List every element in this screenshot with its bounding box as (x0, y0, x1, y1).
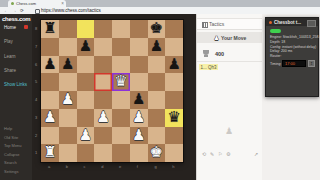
square-f5[interactable] (130, 73, 148, 91)
piece-white-queen[interactable]: ♛ (114, 73, 127, 91)
sidebar-footer-search[interactable]: Search (4, 160, 17, 165)
square-g4[interactable] (148, 91, 166, 109)
url-text[interactable]: https://www.chess.com/tactics (41, 8, 101, 13)
bot-info-line-2: Config: instant (without delay) (270, 45, 316, 49)
file-label-f: f (137, 164, 138, 169)
trophy-icon-base (204, 55, 208, 57)
tactics-title: Tactics (209, 21, 224, 27)
sidebar-footer-collapse[interactable]: Collapse (4, 152, 20, 157)
square-h6[interactable]: ♟ (165, 56, 183, 74)
bot-info-line-0: Engine: Stockfish_100313_258.exe (270, 35, 320, 39)
piece-black-pawn[interactable]: ♟ (132, 91, 145, 109)
square-a2[interactable] (41, 127, 59, 145)
gear-icon[interactable]: ⚙ (226, 151, 230, 157)
rank-label-5: 5 (35, 79, 37, 84)
sidebar-item-home[interactable]: Home (4, 25, 16, 30)
flip-board-icon[interactable]: ⟲ (202, 151, 206, 157)
file-label-c: c (84, 164, 86, 169)
file-label-d: d (101, 164, 103, 169)
square-a6[interactable]: ♟ (41, 56, 59, 74)
timing-label: Timing: (270, 62, 281, 66)
chessbot-logo-icon (269, 21, 272, 24)
browser-tab-strip: Chess.com × (0, 0, 320, 7)
square-f6[interactable] (130, 56, 148, 74)
piece-black-pawn[interactable]: ♟ (79, 38, 92, 56)
back-icon[interactable]: ← (4, 8, 9, 13)
rank-label-8: 8 (35, 26, 37, 31)
piece-black-pawn[interactable]: ♟ (43, 56, 56, 74)
screen: Chess.com × ← → ⟳ https://www.chess.com/… (0, 0, 320, 180)
square-a1[interactable]: ♜ (41, 144, 59, 162)
square-h7[interactable] (165, 38, 183, 56)
square-c5[interactable] (77, 73, 95, 91)
rank-label-2: 2 (35, 133, 37, 138)
chessbot-window-button[interactable] (307, 20, 316, 27)
bot-info-line-4: Router: (270, 54, 281, 58)
piece-white-pawn[interactable]: ♟ (61, 91, 74, 109)
white-pawn-icon: ♟ (214, 34, 219, 41)
timing-input[interactable] (282, 60, 306, 67)
tab-close-icon[interactable]: × (61, 1, 64, 6)
square-d1[interactable] (94, 144, 112, 162)
rating-row: 400 (197, 47, 263, 62)
pencil-icon[interactable]: ✎ (210, 151, 214, 157)
square-b7[interactable] (59, 38, 77, 56)
rank-label-6: 6 (35, 62, 37, 67)
square-h2[interactable] (165, 127, 183, 145)
tab-title: Chess.com (16, 1, 36, 6)
square-g7[interactable]: ♟ (148, 38, 166, 56)
tactics-header: Tactics (197, 18, 263, 30)
square-f4[interactable]: ♟ (130, 91, 148, 109)
square-b4[interactable]: ♟ (59, 91, 77, 109)
rank-label-1: 1 (35, 150, 37, 155)
square-g6[interactable] (148, 56, 166, 74)
square-e8[interactable] (112, 20, 130, 38)
square-a8[interactable]: ♜ (41, 20, 59, 38)
square-e5[interactable]: ♛ (112, 73, 130, 91)
chesscom-logo[interactable]: chess.com (2, 16, 30, 22)
piece-white-pawn[interactable]: ♟ (132, 127, 145, 145)
forward-icon[interactable]: → (12, 8, 17, 13)
pawn-watermark-icon: ♟ (225, 126, 233, 136)
square-d5[interactable] (94, 73, 112, 91)
square-f1[interactable] (130, 144, 148, 162)
square-g3[interactable] (148, 109, 166, 127)
piece-white-king[interactable]: ♚ (150, 144, 163, 162)
square-e6[interactable] (112, 56, 130, 74)
sidebar-item-learn[interactable]: Learn (4, 54, 16, 59)
sidebar: chess.com HomePlayLearnShareShow Links H… (0, 14, 32, 180)
file-label-g: g (155, 164, 157, 169)
square-a3[interactable]: ♟ (41, 109, 59, 127)
square-h1[interactable] (165, 144, 183, 162)
file-label-a: a (48, 164, 50, 169)
square-a7[interactable] (41, 38, 59, 56)
square-b8[interactable] (59, 20, 77, 38)
piece-white-pawn[interactable]: ♟ (79, 127, 92, 145)
chess-board[interactable]: ♜♚♟♟♟♟♟♛♟♟♟♟♟♛♟♟♜♚ (41, 20, 183, 162)
square-b1[interactable] (59, 144, 77, 162)
square-c3[interactable] (77, 109, 95, 127)
bot-info-line-3: Delay: 200 ms (270, 49, 292, 53)
trophy-icon (203, 50, 209, 55)
chessbot-popup: Chessbot t... Engine: Stockfish_100313_2… (265, 17, 319, 97)
bot-info-line-1: Depth: 18 (270, 40, 285, 44)
square-a5[interactable] (41, 73, 59, 91)
piece-white-rook[interactable]: ♜ (43, 144, 56, 162)
square-c2[interactable]: ♟ (77, 127, 95, 145)
square-c1[interactable] (77, 144, 95, 162)
sidebar-footer-old-site[interactable]: Old Site (4, 135, 18, 140)
sidebar-footer-settings[interactable]: Settings (4, 169, 18, 174)
piece-white-pawn[interactable]: ♟ (132, 109, 145, 127)
square-d4[interactable] (94, 91, 112, 109)
square-b6[interactable]: ♟ (59, 56, 77, 74)
turn-indicator-bar: ♟ Your Move (197, 32, 263, 43)
sidebar-footer-help[interactable]: Help (4, 126, 12, 131)
tactics-rating: 400 (215, 51, 224, 57)
flag-icon[interactable]: ⚐ (218, 151, 222, 157)
square-b5[interactable] (59, 73, 77, 91)
square-e7[interactable] (112, 38, 130, 56)
square-h8[interactable] (165, 20, 183, 38)
square-f7[interactable] (130, 38, 148, 56)
square-c8[interactable] (77, 20, 95, 38)
square-b3[interactable] (59, 109, 77, 127)
square-e4[interactable] (112, 91, 130, 109)
square-d7[interactable] (94, 38, 112, 56)
tab-favicon-icon (11, 2, 14, 5)
square-g2[interactable] (148, 127, 166, 145)
expand-icon[interactable]: ↗ (254, 151, 258, 157)
sidebar-footer-top-menu[interactable]: Top Menu (4, 143, 22, 148)
piece-black-pawn[interactable]: ♟ (61, 56, 74, 74)
status-pill (270, 29, 281, 34)
square-d8[interactable] (94, 20, 112, 38)
move-list-item[interactable]: 1... Qh3 (199, 64, 218, 70)
reload-icon[interactable]: ⟳ (20, 8, 24, 13)
sidebar-item-play[interactable]: Play (4, 39, 13, 44)
square-e3[interactable] (112, 109, 130, 127)
piece-black-pawn[interactable]: ♟ (167, 56, 180, 74)
chessbot-title: Chessbot t... (274, 20, 301, 25)
square-f3[interactable]: ♟ (130, 109, 148, 127)
file-label-h: h (172, 164, 174, 169)
rank-label-7: 7 (35, 44, 37, 49)
square-h5[interactable] (165, 73, 183, 91)
square-a4[interactable] (41, 91, 59, 109)
square-g1[interactable]: ♚ (148, 144, 166, 162)
square-h3[interactable]: ♛ (165, 109, 183, 127)
square-c4[interactable] (77, 91, 95, 109)
square-h4[interactable] (165, 91, 183, 109)
square-c6[interactable] (77, 56, 95, 74)
sidebar-item-show-links[interactable]: Show Links (4, 82, 27, 87)
square-e2[interactable] (112, 127, 130, 145)
square-d6[interactable] (94, 56, 112, 74)
square-g5[interactable] (148, 73, 166, 91)
piece-black-pawn[interactable]: ♟ (150, 38, 163, 56)
browser-tab[interactable]: Chess.com × (8, 0, 66, 7)
piece-black-rook[interactable]: ♜ (43, 20, 56, 38)
square-g8[interactable]: ♚ (148, 20, 166, 38)
piece-white-pawn[interactable]: ♟ (96, 109, 109, 127)
square-f2[interactable]: ♟ (130, 127, 148, 145)
piece-black-queen[interactable]: ♛ (167, 109, 180, 127)
tactics-toolbar: ⟲ ✎ ⚐ ⚙ ↗ (197, 150, 263, 160)
turn-label: Your Move (221, 35, 246, 41)
rank-label-4: 4 (35, 97, 37, 102)
sidebar-item-share[interactable]: Share (4, 68, 16, 73)
square-d3[interactable]: ♟ (94, 109, 112, 127)
square-f8[interactable] (130, 20, 148, 38)
chessbot-titlebar: Chessbot t... (266, 18, 318, 26)
square-d2[interactable] (94, 127, 112, 145)
piece-white-pawn[interactable]: ♟ (43, 109, 56, 127)
square-e1[interactable] (112, 144, 130, 162)
file-label-e: e (119, 164, 121, 169)
piece-black-king[interactable]: ♚ (150, 20, 163, 38)
file-label-b: b (66, 164, 68, 169)
timing-submit-button[interactable]: ↥ (308, 60, 315, 67)
square-c7[interactable]: ♟ (77, 38, 95, 56)
tactics-board-icon (202, 22, 208, 28)
notification-badge (24, 25, 28, 29)
square-b2[interactable] (59, 127, 77, 145)
tactics-panel: Tactics ♟ Your Move 400 1... Qh3 ♟ ⟲ ✎ ⚐… (196, 14, 263, 180)
rank-label-3: 3 (35, 115, 37, 120)
